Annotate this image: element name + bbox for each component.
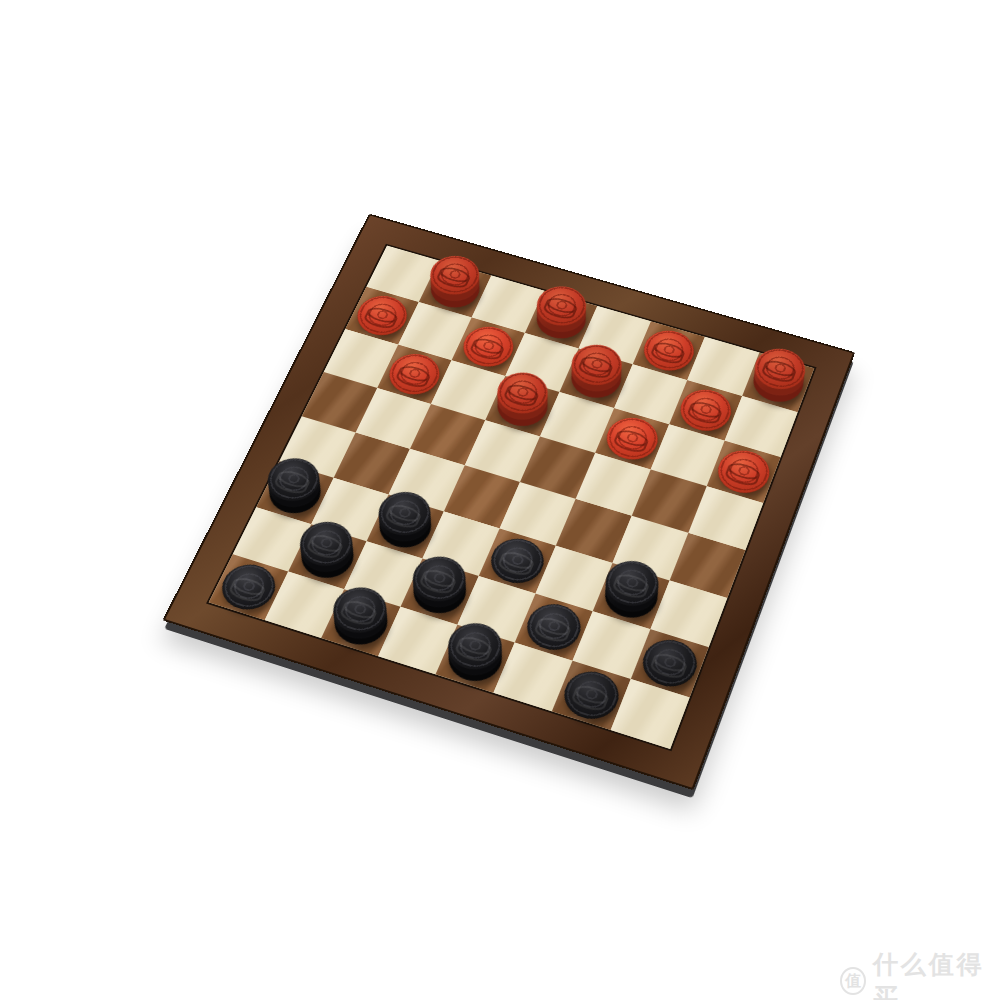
checkers-board: ⛀⛀⛀⛀⛀⛀⛀⛀⛀⛀⛀⛀⛀⛀⛀⛀⛀⛀⛀⛀⛀⛀⛀⛀: [162, 214, 855, 791]
product-photo-stage: ⛀⛀⛀⛀⛀⛀⛀⛀⛀⛀⛀⛀⛀⛀⛀⛀⛀⛀⛀⛀⛀⛀⛀⛀ 值 什么值得买: [0, 0, 1000, 1000]
watermark-logo-icon: 值: [840, 967, 866, 995]
playing-field: ⛀⛀⛀⛀⛀⛀⛀⛀⛀⛀⛀⛀⛀⛀⛀⛀⛀⛀⛀⛀⛀⛀⛀⛀: [206, 244, 817, 752]
square-r4c6: [576, 453, 651, 516]
checker-side-wall: [747, 349, 811, 402]
board-scene: ⛀⛀⛀⛀⛀⛀⛀⛀⛀⛀⛀⛀⛀⛀⛀⛀⛀⛀⛀⛀⛀⛀⛀⛀: [250, 212, 790, 752]
watermark: 值 什么值得买: [840, 948, 1000, 1000]
checker-top-face: ⛀: [529, 280, 593, 331]
watermark-text: 什么值得买: [873, 948, 1000, 1000]
checker-side-wall: [405, 556, 474, 614]
checker-top-face: ⛀: [748, 343, 812, 396]
square-r5c5: [500, 482, 576, 546]
